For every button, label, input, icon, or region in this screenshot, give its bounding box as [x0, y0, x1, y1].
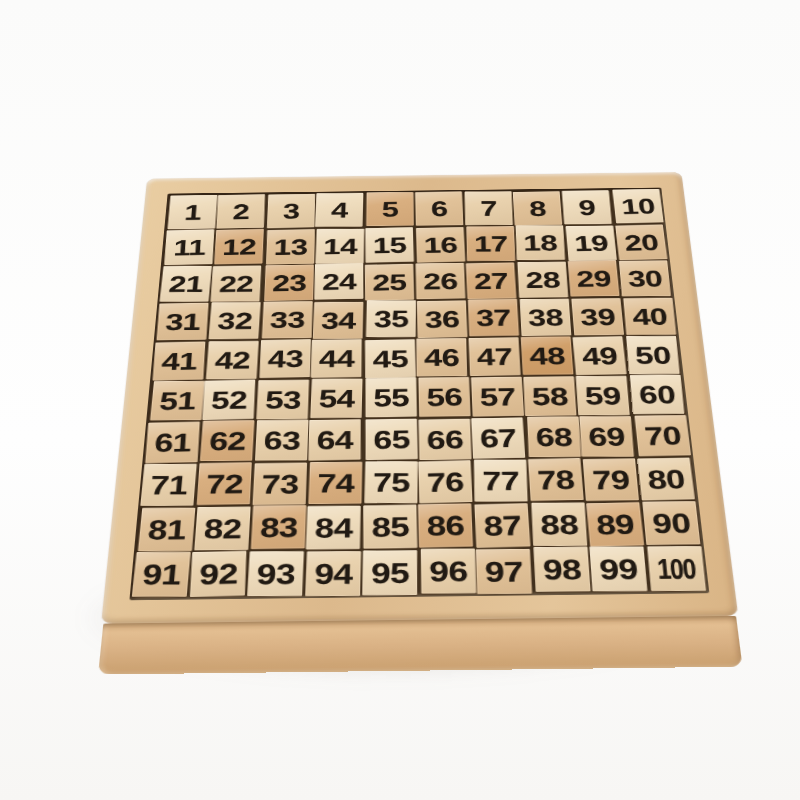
tile-73[interactable]: 73 [252, 463, 307, 505]
tile-number: 87 [483, 511, 522, 539]
tile-number: 94 [314, 559, 353, 588]
tile-75[interactable]: 75 [364, 461, 418, 503]
tile-25[interactable]: 25 [365, 264, 415, 301]
tile-number: 57 [480, 384, 517, 410]
tile-number: 43 [267, 346, 303, 371]
wooden-tray-frame: 1234567891011121314151617181920212223242… [101, 172, 738, 623]
tile-number: 63 [263, 427, 300, 453]
tile-64[interactable]: 64 [309, 419, 362, 460]
tile-number: 37 [476, 306, 512, 330]
tile-85[interactable]: 85 [363, 504, 417, 548]
tile-number: 82 [204, 515, 243, 543]
tile-number: 62 [209, 428, 247, 454]
tile-number: 15 [372, 234, 406, 257]
tile-number: 44 [319, 346, 355, 371]
tile-95[interactable]: 95 [362, 550, 417, 595]
tile-90[interactable]: 90 [642, 501, 700, 545]
tile-number: 84 [315, 514, 353, 542]
tile-41[interactable]: 41 [153, 342, 206, 381]
tile-number: 66 [427, 426, 464, 452]
tile-number: 19 [574, 232, 610, 255]
tile-37[interactable]: 37 [468, 299, 520, 336]
tile-67[interactable]: 67 [472, 417, 527, 459]
tile-82[interactable]: 82 [195, 507, 252, 551]
tile-80[interactable]: 80 [637, 458, 695, 501]
tile-number: 58 [531, 384, 568, 409]
tile-number: 40 [631, 305, 668, 329]
tile-number: 41 [161, 349, 198, 374]
tile-8[interactable]: 8 [513, 191, 563, 225]
tile-number: 31 [165, 310, 201, 334]
tile-51[interactable]: 51 [150, 381, 205, 421]
tile-2[interactable]: 2 [217, 194, 266, 229]
tile-54[interactable]: 54 [310, 379, 363, 418]
tile-89[interactable]: 89 [586, 502, 644, 546]
tile-number: 6 [431, 198, 448, 220]
tile-65[interactable]: 65 [365, 419, 418, 460]
tile-number: 50 [634, 343, 671, 367]
tile-number: 77 [482, 467, 520, 494]
photo-canvas: 1234567891011121314151617181920212223242… [0, 0, 800, 800]
scene: 1234567891011121314151617181920212223242… [0, 0, 800, 800]
tile-number: 72 [206, 470, 244, 497]
tile-number: 36 [425, 307, 460, 331]
tile-number: 78 [536, 466, 575, 493]
tile-23[interactable]: 23 [264, 264, 314, 301]
tile-number: 85 [371, 512, 409, 540]
tile-92[interactable]: 92 [190, 551, 247, 597]
tile-number: 69 [588, 423, 626, 449]
tile-76[interactable]: 76 [418, 460, 473, 503]
tile-98[interactable]: 98 [533, 547, 591, 592]
tile-45[interactable]: 45 [365, 339, 416, 378]
tile-44[interactable]: 44 [311, 339, 362, 378]
tile-42[interactable]: 42 [206, 341, 259, 379]
tile-20[interactable]: 20 [615, 225, 668, 261]
tile-number: 90 [651, 509, 691, 537]
tile-number: 9 [578, 197, 596, 218]
tile-39[interactable]: 39 [571, 298, 624, 336]
tile-46[interactable]: 46 [416, 338, 467, 376]
tile-43[interactable]: 43 [259, 339, 311, 378]
tile-93[interactable]: 93 [247, 551, 304, 596]
tile-1[interactable]: 1 [168, 195, 218, 229]
tile-number: 38 [527, 305, 563, 329]
tile-number: 49 [581, 343, 619, 368]
tile-83[interactable]: 83 [251, 505, 307, 549]
tile-number: 86 [426, 511, 464, 539]
tile-number: 92 [199, 559, 238, 588]
tile-53[interactable]: 53 [256, 380, 309, 420]
tile-number: 59 [584, 383, 622, 408]
tile-number: 56 [426, 384, 462, 409]
tile-number: 7 [481, 197, 498, 218]
tile-32[interactable]: 32 [209, 302, 261, 339]
tile-4[interactable]: 4 [315, 193, 364, 227]
tray-front-face [98, 616, 742, 675]
tile-number: 26 [423, 269, 458, 292]
tile-24[interactable]: 24 [315, 263, 364, 300]
tile-50[interactable]: 50 [626, 336, 680, 374]
tile-49[interactable]: 49 [573, 336, 627, 375]
tile-21[interactable]: 21 [160, 266, 213, 302]
tile-number: 1 [184, 201, 202, 223]
tile-number: 55 [373, 385, 409, 410]
tile-number: 30 [627, 267, 663, 290]
tile-58[interactable]: 58 [523, 376, 577, 416]
tile-number: 4 [331, 199, 348, 220]
tile-68[interactable]: 68 [527, 416, 581, 457]
tile-74[interactable]: 74 [309, 462, 363, 504]
tile-number: 88 [540, 510, 579, 538]
tile-55[interactable]: 55 [365, 377, 417, 417]
tile-52[interactable]: 52 [203, 380, 256, 420]
number-grid: 1234567891011121314151617181920212223242… [133, 190, 706, 598]
tile-15[interactable]: 15 [365, 227, 414, 263]
tile-number: 52 [211, 387, 248, 412]
tile-number: 11 [173, 236, 206, 259]
tile-number: 8 [528, 198, 546, 220]
tile-number: 28 [525, 268, 560, 291]
tile-number: 71 [149, 471, 188, 498]
tile-27[interactable]: 27 [466, 263, 517, 300]
tile-18[interactable]: 18 [515, 225, 565, 260]
tile-number: 74 [317, 469, 355, 496]
tile-31[interactable]: 31 [156, 303, 208, 341]
tile-number: 47 [477, 344, 513, 369]
tile-number: 18 [523, 232, 558, 254]
tile-number: 64 [317, 427, 353, 453]
tile-number: 97 [485, 557, 524, 586]
tile-13[interactable]: 13 [266, 229, 315, 265]
tile-79[interactable]: 79 [583, 459, 640, 501]
tile-number: 81 [147, 515, 187, 543]
tile-17[interactable]: 17 [467, 226, 516, 261]
tile-81[interactable]: 81 [138, 508, 196, 552]
tile-100[interactable]: 100 [647, 546, 706, 591]
tile-5[interactable]: 5 [366, 192, 414, 226]
tile-47[interactable]: 47 [469, 337, 521, 376]
tile-number: 34 [321, 308, 356, 332]
tile-34[interactable]: 34 [313, 302, 364, 339]
tile-number: 68 [535, 424, 573, 450]
tile-48[interactable]: 48 [521, 336, 574, 375]
tile-number: 96 [429, 557, 468, 586]
tile-61[interactable]: 61 [145, 422, 200, 464]
tile-number: 24 [322, 270, 356, 293]
tile-number: 3 [283, 200, 300, 222]
tile-number: 89 [595, 510, 635, 538]
tile-29[interactable]: 29 [568, 260, 620, 296]
tile-14[interactable]: 14 [316, 229, 365, 264]
tile-number: 54 [319, 386, 356, 411]
tile-number: 23 [272, 271, 307, 294]
tile-number: 21 [168, 272, 204, 295]
tile-number: 93 [256, 559, 296, 588]
tile-9[interactable]: 9 [562, 190, 612, 224]
tile-number: 99 [599, 554, 639, 583]
tile-71[interactable]: 71 [140, 464, 197, 506]
tile-number: 75 [372, 469, 409, 496]
tile-16[interactable]: 16 [416, 227, 466, 263]
tile-84[interactable]: 84 [306, 506, 361, 550]
tile-10[interactable]: 10 [612, 189, 664, 223]
tile-number: 13 [273, 235, 307, 258]
hundred-board: 1234567891011121314151617181920212223242… [96, 172, 745, 674]
tile-number: 100 [656, 554, 697, 583]
tile-number: 91 [141, 560, 182, 588]
tile-number: 65 [373, 426, 410, 452]
tile-number: 98 [542, 555, 582, 584]
tile-number: 5 [381, 198, 398, 219]
tile-57[interactable]: 57 [471, 377, 525, 417]
tile-69[interactable]: 69 [580, 416, 635, 457]
tile-91[interactable]: 91 [132, 552, 191, 597]
tile-number: 70 [643, 422, 682, 448]
tile-6[interactable]: 6 [415, 191, 464, 225]
tile-number: 33 [270, 308, 306, 332]
tile-33[interactable]: 33 [262, 301, 313, 338]
tile-3[interactable]: 3 [267, 194, 316, 228]
tile-35[interactable]: 35 [366, 300, 416, 337]
tile-number: 95 [370, 558, 408, 587]
tile-88[interactable]: 88 [531, 503, 587, 547]
tile-38[interactable]: 38 [520, 299, 572, 336]
tile-66[interactable]: 66 [419, 419, 472, 460]
tile-number: 60 [638, 382, 676, 407]
tile-number: 45 [372, 346, 408, 371]
tray-well: 1234567891011121314151617181920212223242… [129, 188, 709, 601]
tile-28[interactable]: 28 [517, 262, 568, 298]
tile-number: 76 [426, 468, 464, 495]
tile-19[interactable]: 19 [566, 225, 618, 260]
tile-26[interactable]: 26 [416, 263, 466, 299]
tile-number: 10 [620, 195, 656, 217]
tile-number: 22 [219, 272, 254, 295]
tile-number: 27 [474, 269, 509, 292]
tile-70[interactable]: 70 [634, 415, 691, 456]
tile-78[interactable]: 78 [528, 458, 584, 501]
tile-number: 83 [259, 513, 298, 541]
tile-99[interactable]: 99 [590, 546, 648, 591]
tile-number: 48 [529, 343, 566, 368]
tile-63[interactable]: 63 [255, 420, 309, 461]
tile-number: 42 [215, 348, 252, 372]
tile-97[interactable]: 97 [476, 549, 533, 594]
tile-number: 53 [264, 387, 301, 412]
tile-number: 20 [623, 231, 659, 254]
tile-87[interactable]: 87 [475, 503, 532, 547]
tile-number: 46 [424, 345, 459, 369]
tile-number: 79 [592, 466, 631, 493]
tile-number: 25 [372, 270, 406, 293]
tile-number: 12 [222, 235, 257, 258]
tile-number: 51 [159, 388, 197, 413]
tile-62[interactable]: 62 [200, 420, 255, 461]
tile-30[interactable]: 30 [619, 260, 671, 296]
tile-number: 67 [480, 425, 518, 451]
tile-number: 61 [154, 429, 192, 455]
tile-number: 2 [233, 201, 250, 223]
tile-number: 32 [217, 309, 253, 333]
tile-number: 14 [323, 235, 357, 257]
tile-number: 29 [576, 267, 612, 290]
tile-number: 16 [423, 233, 457, 256]
tile-11[interactable]: 11 [164, 229, 214, 265]
tile-36[interactable]: 36 [417, 300, 468, 338]
tile-number: 73 [261, 470, 299, 497]
tile-number: 80 [646, 465, 686, 492]
tile-number: 39 [580, 305, 617, 329]
tile-number: 35 [373, 307, 408, 330]
tile-22[interactable]: 22 [211, 266, 262, 302]
tile-72[interactable]: 72 [197, 462, 252, 505]
tile-40[interactable]: 40 [623, 298, 676, 335]
tile-94[interactable]: 94 [305, 551, 361, 596]
tile-59[interactable]: 59 [576, 376, 630, 415]
tile-7[interactable]: 7 [465, 191, 514, 225]
tile-number: 17 [474, 232, 508, 254]
tile-77[interactable]: 77 [474, 460, 528, 502]
tile-12[interactable]: 12 [215, 229, 265, 265]
tile-56[interactable]: 56 [418, 377, 471, 417]
tile-60[interactable]: 60 [629, 375, 684, 414]
tile-96[interactable]: 96 [421, 548, 477, 593]
tile-86[interactable]: 86 [418, 503, 473, 547]
